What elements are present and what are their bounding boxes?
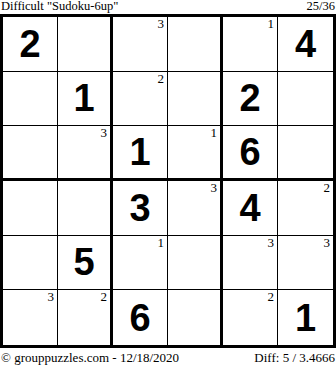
- given-digit: [3, 72, 57, 126]
- given-digit: 4: [223, 181, 277, 235]
- cell-r1c3[interactable]: 3: [113, 17, 168, 72]
- given-digit: [3, 126, 57, 178]
- header: Difficult "Sudoku-6up" 25/36: [1, 0, 335, 13]
- cell-r6c3[interactable]: 6: [113, 290, 168, 345]
- cell-r6c1[interactable]: 3: [3, 290, 58, 345]
- page-title: Difficult "Sudoku-6up": [1, 0, 118, 13]
- cell-r1c1[interactable]: 2: [3, 17, 58, 72]
- pencil-mark: 3: [211, 181, 218, 195]
- difficulty-rating: Diff: 5 / 3.4666: [254, 350, 335, 365]
- given-digit: 1: [113, 126, 167, 178]
- cell-r2c3[interactable]: 2: [113, 72, 168, 127]
- pencil-mark: 1: [158, 236, 165, 250]
- pencil-mark: 2: [268, 290, 275, 304]
- cell-r4c2[interactable]: [58, 181, 113, 236]
- cell-r1c5[interactable]: 1: [223, 17, 278, 72]
- cell-r3c2[interactable]: 3: [58, 126, 113, 181]
- cell-r5c5[interactable]: 3: [223, 236, 278, 291]
- given-digit: [168, 236, 220, 290]
- given-digit: 2: [223, 72, 277, 126]
- cells-remaining-counter: 25/36: [307, 0, 335, 13]
- given-digit: 6: [223, 126, 277, 178]
- cell-r5c2[interactable]: 5: [58, 236, 113, 291]
- cell-r4c5[interactable]: 4: [223, 181, 278, 236]
- cell-r4c1[interactable]: [3, 181, 58, 236]
- given-digit: [3, 236, 57, 290]
- cell-r6c4[interactable]: [168, 290, 223, 345]
- cell-r2c4[interactable]: [168, 72, 223, 127]
- cell-r2c1[interactable]: [3, 72, 58, 127]
- given-digit: [3, 181, 57, 235]
- given-digit: [278, 126, 333, 178]
- given-digit: 1: [58, 72, 110, 126]
- puzzle-page: Difficult "Sudoku-6up" 25/36 23141223116…: [0, 0, 336, 370]
- cell-r2c6[interactable]: [278, 72, 333, 127]
- cell-r5c4[interactable]: [168, 236, 223, 291]
- cell-r3c4[interactable]: 1: [168, 126, 223, 181]
- pencil-mark: 2: [158, 72, 165, 86]
- cell-r2c2[interactable]: 1: [58, 72, 113, 127]
- pencil-mark: 3: [324, 236, 331, 250]
- cell-r4c3[interactable]: 3: [113, 181, 168, 236]
- pencil-mark: 2: [324, 181, 331, 195]
- cell-r3c1[interactable]: [3, 126, 58, 181]
- pencil-mark: 3: [101, 126, 108, 140]
- cell-r2c5[interactable]: 2: [223, 72, 278, 127]
- cell-r1c6[interactable]: 4: [278, 17, 333, 72]
- given-digit: [168, 290, 220, 345]
- given-digit: 5: [58, 236, 110, 290]
- given-digit: [168, 17, 220, 71]
- given-digit: 2: [3, 17, 57, 71]
- copyright-date: © grouppuzzles.com - 12/18/2020: [1, 350, 179, 365]
- cell-r4c6[interactable]: 2: [278, 181, 333, 236]
- cell-r3c5[interactable]: 6: [223, 126, 278, 181]
- cell-r5c1[interactable]: [3, 236, 58, 291]
- pencil-mark: 2: [101, 290, 108, 304]
- cell-r4c4[interactable]: 3: [168, 181, 223, 236]
- cell-r1c4[interactable]: [168, 17, 223, 72]
- given-digit: 1: [278, 290, 333, 345]
- given-digit: [58, 17, 110, 71]
- sudoku-board: 231412231163342513332621: [0, 14, 336, 348]
- given-digit: [278, 72, 333, 126]
- pencil-mark: 3: [48, 290, 55, 304]
- pencil-mark: 3: [158, 17, 165, 31]
- given-digit: 3: [113, 181, 167, 235]
- given-digit: 4: [278, 17, 333, 71]
- cell-r3c3[interactable]: 1: [113, 126, 168, 181]
- cell-r6c6[interactable]: 1: [278, 290, 333, 345]
- footer: © grouppuzzles.com - 12/18/2020 Diff: 5 …: [1, 350, 335, 366]
- pencil-mark: 1: [211, 126, 218, 140]
- cell-r3c6[interactable]: [278, 126, 333, 181]
- cell-r1c2[interactable]: [58, 17, 113, 72]
- given-digit: 6: [113, 290, 167, 345]
- pencil-mark: 3: [268, 236, 275, 250]
- cell-r5c6[interactable]: 3: [278, 236, 333, 291]
- cell-r6c2[interactable]: 2: [58, 290, 113, 345]
- pencil-mark: 1: [268, 17, 275, 31]
- cell-r6c5[interactable]: 2: [223, 290, 278, 345]
- given-digit: [168, 72, 220, 126]
- given-digit: [58, 181, 110, 235]
- cell-r5c3[interactable]: 1: [113, 236, 168, 291]
